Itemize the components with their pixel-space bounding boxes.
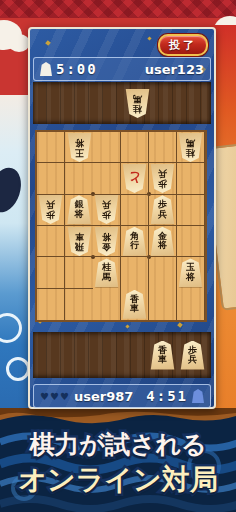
wave-curl — [0, 313, 22, 343]
board-cell-r1c1[interactable] — [37, 132, 65, 163]
board-cell-r6c5[interactable] — [149, 289, 177, 320]
player-name: user987 — [74, 389, 133, 404]
left-illustration-strip — [0, 95, 30, 415]
board-cell-r3c4[interactable] — [121, 195, 149, 226]
board-cell-r2c1[interactable] — [37, 163, 65, 194]
shogi-piece-pawn[interactable]: 歩兵 — [150, 195, 175, 224]
shogi-piece-knight[interactable]: 桂馬 — [94, 258, 119, 287]
caption-line-2: オンライン対局 — [0, 461, 236, 499]
board-cell-r6c3[interactable] — [93, 289, 121, 320]
shogi-board[interactable]: 王将桂馬と歩兵歩兵銀将歩兵歩兵飛車金将角行金将桂馬玉将香車 — [35, 130, 207, 322]
board-cell-r2c3[interactable] — [93, 163, 121, 194]
board-cell-r5c5[interactable] — [149, 257, 177, 288]
player-info-bar: ♥♥♥ user987 4:51 — [33, 384, 211, 408]
board-cell-r4c4[interactable]: 角行 — [121, 226, 149, 257]
resign-button[interactable]: 投了 — [158, 34, 208, 56]
shogi-piece-gold[interactable]: 金将 — [94, 227, 119, 256]
diamond-pattern-band — [0, 0, 236, 18]
opponent-captured-tray[interactable]: 桂馬 — [33, 82, 211, 124]
board-cell-r5c6[interactable]: 玉将 — [177, 257, 205, 288]
cloud-shape — [8, 34, 30, 52]
board-cell-r2c6[interactable] — [177, 163, 205, 194]
board-cell-r1c2[interactable]: 王将 — [65, 132, 93, 163]
shogi-piece-silver[interactable]: 銀将 — [67, 195, 92, 224]
board-cell-r3c6[interactable] — [177, 195, 205, 226]
shogi-piece-tokin[interactable]: と — [122, 164, 147, 193]
player-captured-tray[interactable]: 香車歩兵 — [33, 332, 211, 378]
gold-speckle — [147, 36, 151, 40]
shogi-piece-lance[interactable]: 香車 — [150, 341, 175, 370]
board-cell-r5c1[interactable] — [37, 257, 65, 288]
character-hair-shape — [0, 163, 26, 216]
board-cell-r3c1[interactable]: 歩兵 — [37, 195, 65, 226]
opponent-timer: 5:00 — [56, 61, 98, 77]
board-cell-r4c2[interactable]: 飛車 — [65, 226, 93, 257]
caption-line-1: 棋力が試される — [0, 428, 236, 461]
shogi-piece-bishop[interactable]: 角行 — [122, 227, 147, 256]
board-cell-r2c2[interactable] — [65, 163, 93, 194]
shogi-piece-lance[interactable]: 香車 — [122, 290, 147, 319]
board-cell-r6c1[interactable] — [37, 289, 65, 320]
shogi-piece-gold[interactable]: 金将 — [150, 227, 175, 256]
opponent-name: user123 — [145, 62, 204, 77]
opponent-info-bar: 5:00 user123 — [33, 57, 211, 81]
shogi-piece-pawn[interactable]: 歩兵 — [38, 195, 63, 224]
board-cell-r5c4[interactable] — [121, 257, 149, 288]
hearts-indicator: ♥♥♥ — [40, 391, 70, 402]
marketing-caption: 棋力が試される オンライン対局 — [0, 408, 236, 512]
board-cell-r2c4[interactable]: と — [121, 163, 149, 194]
board-cell-r1c3[interactable] — [93, 132, 121, 163]
board-cell-r3c2[interactable]: 銀将 — [65, 195, 93, 226]
board-cell-r3c3[interactable]: 歩兵 — [93, 195, 121, 226]
shogi-piece-pawn[interactable]: 歩兵 — [150, 164, 175, 193]
shogi-piece-king[interactable]: 玉将 — [178, 258, 203, 287]
board-cell-r6c2[interactable] — [65, 289, 93, 320]
board-cell-r4c1[interactable] — [37, 226, 65, 257]
piece-icon — [40, 62, 52, 76]
board-cell-r1c5[interactable] — [149, 132, 177, 163]
board-cell-r4c5[interactable]: 金将 — [149, 226, 177, 257]
piece-icon — [192, 389, 204, 403]
screenshot-canvas: 棋力が試される オンライン対局 投了 5:00 user123 桂馬 王将桂馬と… — [0, 0, 236, 512]
board-cell-r5c3[interactable]: 桂馬 — [93, 257, 121, 288]
gold-speckle — [125, 324, 129, 328]
board-cell-r1c4[interactable] — [121, 132, 149, 163]
shogi-piece-pawn[interactable]: 歩兵 — [180, 341, 205, 370]
board-cell-r2c5[interactable]: 歩兵 — [149, 163, 177, 194]
gold-speckle — [177, 322, 183, 328]
shogi-piece-knight[interactable]: 桂馬 — [178, 133, 203, 162]
board-cell-r4c3[interactable]: 金将 — [93, 226, 121, 257]
board-cell-r3c5[interactable]: 歩兵 — [149, 195, 177, 226]
shogi-piece-pawn[interactable]: 歩兵 — [94, 195, 119, 224]
board-cell-r6c6[interactable] — [177, 289, 205, 320]
player-timer: 4:51 — [146, 388, 188, 404]
board-cell-r1c6[interactable]: 桂馬 — [177, 132, 205, 163]
gold-speckle — [45, 40, 51, 46]
board-cell-r5c2[interactable] — [65, 257, 93, 288]
shogi-piece-rook[interactable]: 飛車 — [67, 227, 92, 256]
board-cell-r6c4[interactable]: 香車 — [121, 289, 149, 320]
wave-curl — [6, 357, 30, 381]
game-panel: 投了 5:00 user123 桂馬 王将桂馬と歩兵歩兵銀将歩兵歩兵飛車金将角行… — [28, 27, 216, 409]
board-cell-r4c6[interactable] — [177, 226, 205, 257]
shogi-piece-knight[interactable]: 桂馬 — [125, 89, 150, 118]
shogi-piece-king[interactable]: 王将 — [67, 133, 92, 162]
